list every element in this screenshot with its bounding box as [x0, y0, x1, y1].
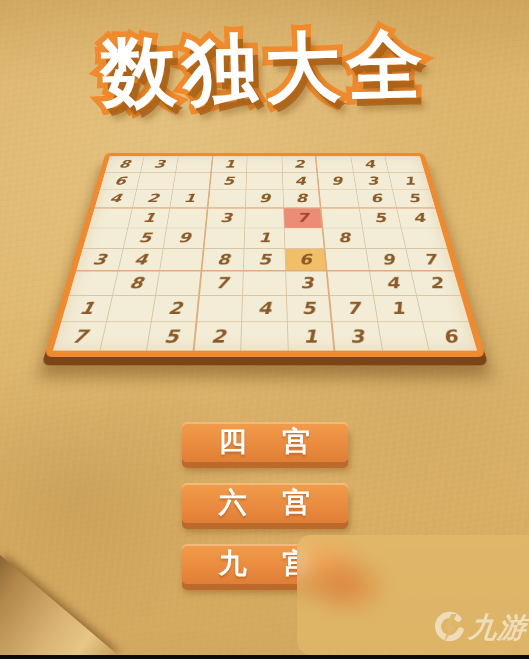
- cell-r2c7: 9: [318, 173, 356, 190]
- cell-r6c9: 7: [406, 249, 453, 272]
- cell-r6c6: 6: [285, 249, 328, 272]
- cell-r3c1: 4: [94, 190, 136, 208]
- cell-r6c3: [159, 249, 203, 272]
- cell-r8c4: [197, 296, 243, 322]
- cell-r3c5: 9: [246, 190, 284, 208]
- blurred-button-remnant: [303, 553, 393, 619]
- cell-r3c6: 8: [283, 190, 321, 208]
- cell-r1c4: 1: [211, 156, 247, 172]
- cell-r6c4: 8: [201, 249, 244, 272]
- page-curl: [0, 555, 118, 655]
- cell-r5c5: 1: [244, 228, 285, 249]
- cell-r7c2: 8: [112, 272, 160, 296]
- mode-button-6x6[interactable]: 六 宫: [182, 483, 348, 523]
- cell-r1c8: 4: [351, 156, 389, 172]
- cell-r7c8: 4: [369, 272, 417, 296]
- cell-r9c4: 2: [194, 322, 242, 350]
- cell-r8c1: 1: [61, 296, 112, 322]
- cell-r6c7: [325, 249, 369, 272]
- cell-r5c8: [362, 228, 406, 249]
- cell-r7c9: 2: [411, 272, 460, 296]
- cell-r4c3: [167, 208, 208, 228]
- cell-r2c5: [246, 173, 283, 190]
- cell-r9c9: 6: [423, 322, 477, 350]
- cell-r2c6: 4: [282, 173, 319, 190]
- cell-r1c1: 8: [105, 156, 144, 172]
- cell-r8c5: 4: [242, 296, 287, 322]
- cell-r7c5: [243, 272, 287, 296]
- cell-r8c8: 1: [373, 296, 423, 322]
- cell-r5c4: [204, 228, 245, 249]
- cell-r9c7: 3: [332, 322, 382, 350]
- cell-r3c4: [208, 190, 246, 208]
- cell-r9c8: [378, 322, 430, 350]
- cell-r9c6: 1: [287, 322, 335, 350]
- cell-r8c7: 7: [330, 296, 378, 322]
- cell-r9c3: 5: [147, 322, 197, 350]
- cell-r1c6: 2: [282, 156, 318, 172]
- cell-r6c2: 4: [117, 249, 163, 272]
- cell-r5c7: 8: [323, 228, 366, 249]
- cell-r6c1: 3: [75, 249, 122, 272]
- cell-r8c6: 5: [286, 296, 332, 322]
- cell-r1c3: [176, 156, 213, 172]
- cell-r1c2: 3: [140, 156, 178, 172]
- cell-r4c2: 1: [127, 208, 169, 228]
- cell-r2c9: 1: [389, 173, 430, 190]
- cell-r9c2: [99, 322, 151, 350]
- cell-r4c6: 7: [283, 208, 323, 228]
- sudoku-board-stage: 8312465493142198651375459183485697873421…: [0, 47, 529, 357]
- cell-r8c2: [106, 296, 156, 322]
- cell-r5c1: [82, 228, 127, 249]
- cell-r2c3: [173, 173, 211, 190]
- cell-r4c1: [88, 208, 132, 228]
- cell-r6c5: 5: [243, 249, 285, 272]
- cell-r7c4: 7: [199, 272, 243, 296]
- watermark: 九游: [432, 609, 527, 647]
- blurred-promo-overlay: 九游: [297, 535, 529, 655]
- cell-r2c4: 5: [209, 173, 246, 190]
- cell-r9c1: 7: [52, 322, 106, 350]
- cell-r2c8: 3: [353, 173, 392, 190]
- page-curl-fold: [0, 555, 118, 655]
- mode-button-4x4[interactable]: 四 宫: [182, 422, 348, 462]
- sudoku-board: 8312465493142198651375459183485697873421…: [44, 153, 486, 357]
- cell-r5c3: 9: [163, 228, 206, 249]
- watermark-text: 九游: [467, 609, 529, 647]
- cell-r5c6: [284, 228, 325, 249]
- cell-r3c3: 1: [170, 190, 210, 208]
- cell-r4c8: 5: [359, 208, 401, 228]
- cell-r3c7: [319, 190, 359, 208]
- cell-r1c9: [385, 156, 424, 172]
- cell-r3c2: 2: [132, 190, 173, 208]
- cell-r7c3: [156, 272, 202, 296]
- cell-r7c6: 3: [285, 272, 329, 296]
- cell-r1c7: [316, 156, 353, 172]
- cell-r3c8: 6: [356, 190, 397, 208]
- cell-r4c7: [321, 208, 362, 228]
- cell-r5c9: [402, 228, 447, 249]
- jiuyou-logo-icon: [432, 611, 466, 645]
- cell-r4c4: 3: [206, 208, 246, 228]
- cell-r7c1: [68, 272, 117, 296]
- cell-r2c1: 6: [99, 173, 140, 190]
- cell-r8c9: [417, 296, 468, 322]
- cell-r3c9: 5: [393, 190, 435, 208]
- cell-r9c5: [241, 322, 288, 350]
- cell-r4c5: [245, 208, 284, 228]
- cell-r8c3: 2: [151, 296, 199, 322]
- cell-r4c9: 4: [397, 208, 441, 228]
- sudoku-grid: 8312465493142198651375459183485697873421…: [52, 156, 476, 350]
- cell-r2c2: [136, 173, 175, 190]
- bottom-black-bar: [0, 655, 529, 659]
- cell-r5c2: 5: [123, 228, 167, 249]
- cell-r1c5: [247, 156, 283, 172]
- cell-r6c8: 9: [366, 249, 412, 272]
- cell-r7c7: [327, 272, 373, 296]
